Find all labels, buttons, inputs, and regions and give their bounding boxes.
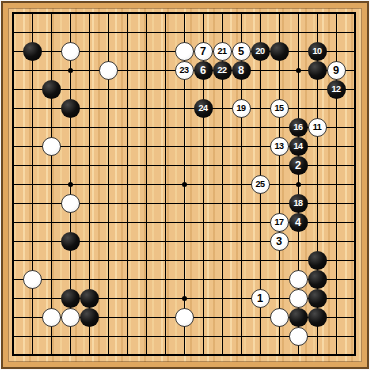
black-stone [23, 42, 42, 61]
move-number: 14 [293, 142, 302, 151]
move-number: 19 [236, 104, 245, 113]
white-stone: 13 [270, 137, 289, 156]
move-number: 7 [200, 46, 206, 57]
move-number: 2 [295, 160, 301, 171]
white-stone: 23 [175, 61, 194, 80]
black-stone: 24 [194, 99, 213, 118]
black-stone [308, 289, 327, 308]
move-number: 12 [331, 85, 340, 94]
black-stone [61, 232, 80, 251]
black-stone: 2 [289, 156, 308, 175]
move-number: 18 [293, 199, 302, 208]
white-stone: 9 [327, 61, 346, 80]
white-stone [175, 42, 194, 61]
black-stone [270, 42, 289, 61]
white-stone [61, 308, 80, 327]
black-stone: 14 [289, 137, 308, 156]
white-stone [270, 308, 289, 327]
black-stone [80, 289, 99, 308]
move-number: 25 [255, 180, 264, 189]
move-number: 15 [274, 104, 283, 113]
white-stone: 7 [194, 42, 213, 61]
white-stone: 15 [270, 99, 289, 118]
black-stone: 6 [194, 61, 213, 80]
black-stone [308, 270, 327, 289]
black-stone [61, 289, 80, 308]
black-stone [289, 308, 308, 327]
star-point [296, 68, 301, 73]
black-stone: 18 [289, 194, 308, 213]
black-stone [308, 308, 327, 327]
black-stone: 20 [251, 42, 270, 61]
star-point [296, 182, 301, 187]
black-stone [308, 251, 327, 270]
black-stone [80, 308, 99, 327]
move-number: 17 [274, 218, 283, 227]
white-stone: 1 [251, 289, 270, 308]
white-stone: 5 [232, 42, 251, 61]
white-stone [61, 42, 80, 61]
white-stone: 21 [213, 42, 232, 61]
move-number: 21 [217, 47, 226, 56]
move-number: 1 [257, 293, 263, 304]
black-stone: 4 [289, 213, 308, 232]
star-point [68, 182, 73, 187]
move-number: 11 [313, 123, 322, 132]
move-number: 10 [312, 47, 321, 56]
white-stone: 19 [232, 99, 251, 118]
black-stone: 10 [308, 42, 327, 61]
white-stone [42, 137, 61, 156]
black-stone [308, 61, 327, 80]
white-stone: 17 [270, 213, 289, 232]
white-stone [23, 270, 42, 289]
move-number: 16 [293, 123, 302, 132]
star-point [182, 182, 187, 187]
star-point [68, 68, 73, 73]
white-stone: 25 [251, 175, 270, 194]
move-number: 5 [238, 46, 244, 57]
white-stone [42, 308, 61, 327]
white-stone [289, 327, 308, 346]
move-number: 22 [217, 66, 226, 75]
black-stone: 16 [289, 118, 308, 137]
move-number: 9 [333, 65, 339, 76]
move-number: 20 [255, 47, 264, 56]
white-stone [289, 289, 308, 308]
move-number: 8 [238, 65, 244, 76]
white-stone: 11 [308, 118, 327, 137]
move-number: 6 [200, 65, 206, 76]
white-stone [175, 308, 194, 327]
black-stone: 12 [327, 80, 346, 99]
white-stone: 3 [270, 232, 289, 251]
move-number: 24 [198, 104, 207, 113]
move-number: 23 [179, 66, 188, 75]
go-board[interactable]: 7215201023622891224191516111314225181743… [0, 0, 370, 370]
star-point [182, 296, 187, 301]
move-number: 3 [276, 236, 282, 247]
move-number: 13 [274, 142, 283, 151]
black-stone [42, 80, 61, 99]
black-stone [61, 99, 80, 118]
move-number: 4 [295, 217, 301, 228]
black-stone: 8 [232, 61, 251, 80]
white-stone [61, 194, 80, 213]
white-stone [99, 61, 118, 80]
black-stone: 22 [213, 61, 232, 80]
white-stone [289, 270, 308, 289]
